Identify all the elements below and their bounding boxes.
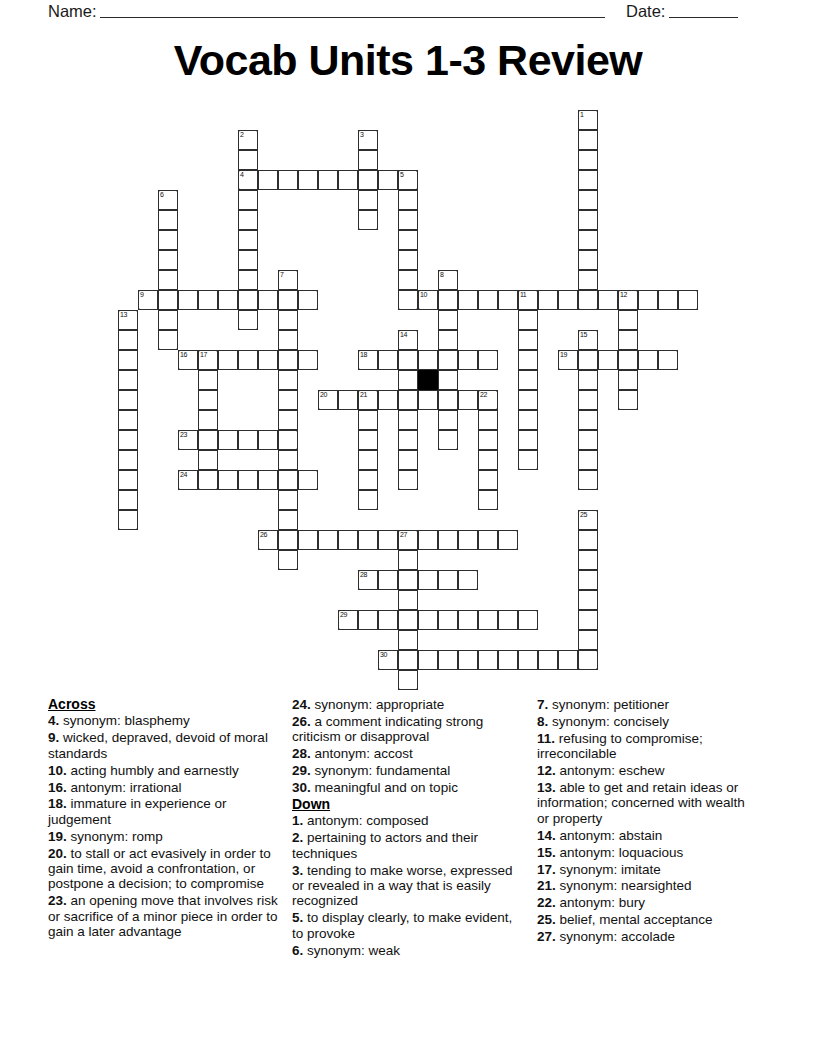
grid-cell[interactable]: 5 bbox=[398, 170, 418, 190]
grid-cell[interactable]: 23 bbox=[178, 430, 198, 450]
grid-cell[interactable] bbox=[198, 410, 218, 430]
clue-12-down: 12. antonym: eschew bbox=[537, 763, 755, 778]
grid-cell[interactable] bbox=[458, 390, 478, 410]
grid-cell[interactable] bbox=[518, 370, 538, 390]
grid-cell[interactable] bbox=[258, 430, 278, 450]
clue-5-down: 5. to display clearly, to make evident, … bbox=[292, 910, 525, 941]
cell-number: 1 bbox=[580, 111, 583, 119]
grid-cell[interactable] bbox=[238, 430, 258, 450]
grid-cell[interactable] bbox=[158, 250, 178, 270]
grid-cell[interactable] bbox=[578, 430, 598, 450]
grid-cell[interactable] bbox=[358, 530, 378, 550]
grid-cell[interactable] bbox=[358, 210, 378, 230]
grid-cell[interactable] bbox=[518, 330, 538, 350]
grid-cell[interactable] bbox=[578, 250, 598, 270]
grid-cell[interactable] bbox=[258, 470, 278, 490]
grid-cell[interactable] bbox=[438, 290, 458, 310]
grid-cell[interactable] bbox=[238, 150, 258, 170]
grid-cell[interactable] bbox=[358, 450, 378, 470]
grid-cell[interactable] bbox=[398, 190, 418, 210]
grid-cell[interactable]: 30 bbox=[378, 650, 398, 670]
clue-4-across: 4. synonym: blasphemy bbox=[48, 713, 283, 728]
grid-cell[interactable] bbox=[418, 530, 438, 550]
grid-cell[interactable] bbox=[278, 350, 298, 370]
grid-cell[interactable] bbox=[578, 470, 598, 490]
cell-number: 8 bbox=[440, 271, 443, 279]
clue-25-down: 25. belief, mental acceptance bbox=[537, 912, 755, 927]
grid-cell[interactable]: 19 bbox=[558, 350, 578, 370]
grid-cell[interactable] bbox=[618, 330, 638, 350]
grid-cell[interactable]: 28 bbox=[358, 570, 378, 590]
grid-cell[interactable] bbox=[118, 430, 138, 450]
grid-cell[interactable] bbox=[238, 470, 258, 490]
clue-22-down: 22. antonym: bury bbox=[537, 895, 755, 910]
clue-7-down: 7. synonym: petitioner bbox=[537, 697, 755, 712]
grid-cell[interactable] bbox=[318, 530, 338, 550]
grid-cell[interactable] bbox=[518, 450, 538, 470]
grid-cell[interactable]: 29 bbox=[338, 610, 358, 630]
grid-cell[interactable] bbox=[578, 350, 598, 370]
grid-cell[interactable] bbox=[458, 610, 478, 630]
grid-cell[interactable] bbox=[578, 370, 598, 390]
grid-cell[interactable] bbox=[518, 410, 538, 430]
cell-number: 28 bbox=[360, 571, 367, 579]
cell-number: 12 bbox=[620, 291, 627, 299]
clue-6-down: 6. synonym: weak bbox=[292, 943, 525, 958]
grid-cell[interactable] bbox=[538, 290, 558, 310]
grid-cell[interactable] bbox=[518, 430, 538, 450]
grid-cell[interactable] bbox=[578, 570, 598, 590]
grid-cell[interactable] bbox=[458, 350, 478, 370]
grid-cell[interactable] bbox=[158, 290, 178, 310]
clue-11-down: 11. refusing to compromise; irreconcilab… bbox=[537, 731, 755, 762]
cell-number: 27 bbox=[400, 531, 407, 539]
grid-cell[interactable] bbox=[238, 310, 258, 330]
grid-cell[interactable] bbox=[298, 350, 318, 370]
clue-16-across: 16. antonym: irrational bbox=[48, 780, 283, 795]
clue-21-down: 21. synonym: nearsighted bbox=[537, 878, 755, 893]
grid-cell[interactable] bbox=[558, 650, 578, 670]
grid-cell[interactable] bbox=[498, 290, 518, 310]
grid-cell[interactable] bbox=[118, 370, 138, 390]
grid-cell[interactable]: 21 bbox=[358, 390, 378, 410]
grid-cell[interactable] bbox=[438, 530, 458, 550]
grid-cell[interactable] bbox=[578, 190, 598, 210]
grid-cell[interactable] bbox=[398, 450, 418, 470]
grid-cell[interactable]: 26 bbox=[258, 530, 278, 550]
cell-number: 9 bbox=[140, 291, 143, 299]
grid-cell[interactable] bbox=[478, 530, 498, 550]
grid-cell[interactable]: 24 bbox=[178, 470, 198, 490]
grid-cell[interactable] bbox=[158, 210, 178, 230]
clue-19-across: 19. synonym: romp bbox=[48, 829, 283, 844]
puzzle-title: Vocab Units 1-3 Review bbox=[0, 36, 816, 85]
grid-cell[interactable] bbox=[278, 530, 298, 550]
grid-cell[interactable] bbox=[438, 350, 458, 370]
grid-cell[interactable] bbox=[238, 190, 258, 210]
clue-18-across: 18. immature in experience or judgement bbox=[48, 796, 283, 827]
grid-cell[interactable] bbox=[358, 410, 378, 430]
grid-cell[interactable] bbox=[398, 550, 418, 570]
grid-cell[interactable] bbox=[678, 290, 698, 310]
grid-cell[interactable] bbox=[278, 510, 298, 530]
clue-list-heading-down: Down bbox=[292, 797, 525, 812]
cell-number: 4 bbox=[240, 171, 243, 179]
grid-cell[interactable]: 13 bbox=[118, 310, 138, 330]
grid-cell[interactable] bbox=[278, 330, 298, 350]
grid-cell[interactable] bbox=[298, 290, 318, 310]
grid-cell[interactable] bbox=[278, 370, 298, 390]
cell-number: 17 bbox=[200, 351, 207, 359]
grid-cell[interactable] bbox=[418, 650, 438, 670]
grid-cell[interactable] bbox=[478, 290, 498, 310]
grid-cell[interactable] bbox=[578, 150, 598, 170]
clue-28-across: 28. antonym: accost bbox=[292, 746, 525, 761]
grid-cell[interactable] bbox=[438, 610, 458, 630]
clue-24-across: 24. synonym: appropriate bbox=[292, 697, 525, 712]
grid-cell[interactable] bbox=[578, 630, 598, 650]
grid-cell[interactable] bbox=[118, 470, 138, 490]
grid-cell[interactable] bbox=[618, 310, 638, 330]
grid-cell[interactable] bbox=[398, 570, 418, 590]
cell-number: 11 bbox=[520, 291, 526, 299]
grid-cell[interactable] bbox=[498, 650, 518, 670]
grid-cell[interactable]: 12 bbox=[618, 290, 638, 310]
grid-cell[interactable] bbox=[418, 610, 438, 630]
grid-cell[interactable] bbox=[298, 530, 318, 550]
cell-number: 30 bbox=[380, 651, 387, 659]
grid-cell[interactable] bbox=[198, 390, 218, 410]
grid-cell[interactable]: 20 bbox=[318, 390, 338, 410]
grid-cell[interactable] bbox=[458, 530, 478, 550]
grid-cell[interactable] bbox=[278, 170, 298, 190]
grid-cell[interactable] bbox=[398, 650, 418, 670]
grid-cell[interactable]: 9 bbox=[138, 290, 158, 310]
grid-cell[interactable] bbox=[278, 310, 298, 330]
grid-cell[interactable] bbox=[478, 610, 498, 630]
grid-cell[interactable]: 4 bbox=[238, 170, 258, 190]
grid-cell[interactable]: 14 bbox=[398, 330, 418, 350]
grid-cell[interactable] bbox=[278, 550, 298, 570]
grid-cell[interactable] bbox=[198, 470, 218, 490]
grid-cell[interactable] bbox=[578, 230, 598, 250]
grid-cell[interactable] bbox=[218, 430, 238, 450]
grid-cell[interactable] bbox=[518, 350, 538, 370]
grid-cell[interactable] bbox=[578, 410, 598, 430]
cell-number: 16 bbox=[180, 351, 187, 359]
grid-cell[interactable] bbox=[398, 610, 418, 630]
cell-number: 6 bbox=[160, 191, 163, 199]
grid-cell[interactable] bbox=[278, 430, 298, 450]
clue-20-across: 20. to stall or act evasively in order t… bbox=[48, 846, 283, 892]
grid-cell[interactable] bbox=[238, 250, 258, 270]
grid-cell[interactable] bbox=[418, 350, 438, 370]
grid-cell[interactable] bbox=[578, 130, 598, 150]
clue-13-down: 13. able to get and retain ideas or info… bbox=[537, 780, 755, 826]
grid-cell[interactable] bbox=[398, 590, 418, 610]
grid-cell[interactable] bbox=[118, 490, 138, 510]
grid-cell[interactable] bbox=[338, 390, 358, 410]
clue-1-down: 1. antonym: composed bbox=[292, 813, 525, 828]
grid-cell[interactable] bbox=[438, 330, 458, 350]
grid-cell[interactable] bbox=[118, 450, 138, 470]
grid-cell[interactable] bbox=[498, 610, 518, 630]
grid-cell[interactable] bbox=[218, 290, 238, 310]
grid-cell[interactable] bbox=[278, 290, 298, 310]
cell-number: 15 bbox=[580, 331, 587, 339]
grid-cell[interactable] bbox=[298, 470, 318, 490]
cell-number: 22 bbox=[480, 391, 487, 399]
date-fill-line[interactable] bbox=[669, 0, 738, 18]
name-label: Name: bbox=[48, 2, 97, 21]
grid-cell[interactable]: 18 bbox=[358, 350, 378, 370]
grid-cell[interactable] bbox=[398, 210, 418, 230]
cell-number: 3 bbox=[360, 131, 363, 139]
grid-cell[interactable] bbox=[458, 650, 478, 670]
grid-cell[interactable]: 16 bbox=[178, 350, 198, 370]
grid-cell[interactable] bbox=[278, 490, 298, 510]
grid-cell[interactable] bbox=[578, 450, 598, 470]
grid-cell[interactable] bbox=[618, 390, 638, 410]
grid-cell[interactable] bbox=[478, 650, 498, 670]
grid-cell[interactable] bbox=[478, 410, 498, 430]
name-fill-line[interactable] bbox=[100, 0, 605, 18]
clue-14-down: 14. antonym: abstain bbox=[537, 828, 755, 843]
grid-cell[interactable] bbox=[438, 390, 458, 410]
grid-cell[interactable] bbox=[318, 170, 338, 190]
grid-cell[interactable] bbox=[538, 650, 558, 670]
grid-cell[interactable] bbox=[458, 290, 478, 310]
grid-cell[interactable] bbox=[278, 410, 298, 430]
grid-cell[interactable] bbox=[158, 330, 178, 350]
grid-cell[interactable] bbox=[398, 350, 418, 370]
grid-cell[interactable] bbox=[438, 650, 458, 670]
cell-number: 24 bbox=[180, 471, 187, 479]
grid-cell[interactable] bbox=[378, 570, 398, 590]
grid-cell[interactable] bbox=[658, 350, 678, 370]
grid-cell[interactable] bbox=[398, 670, 418, 690]
grid-cell[interactable] bbox=[558, 290, 578, 310]
grid-cell[interactable] bbox=[118, 410, 138, 430]
grid-cell[interactable] bbox=[358, 170, 378, 190]
grid-cell[interactable] bbox=[118, 350, 138, 370]
grid-cell[interactable] bbox=[358, 610, 378, 630]
grid-cell[interactable] bbox=[418, 390, 438, 410]
grid-cell[interactable]: 10 bbox=[418, 290, 438, 310]
grid-cell[interactable] bbox=[378, 530, 398, 550]
clue-8-down: 8. synonym: concisely bbox=[537, 714, 755, 729]
clue-26-across: 26. a comment indicating strong criticis… bbox=[292, 714, 525, 745]
grid-cell[interactable] bbox=[258, 290, 278, 310]
grid-cell[interactable]: 2 bbox=[238, 130, 258, 150]
grid-cell[interactable] bbox=[438, 310, 458, 330]
cell-number: 29 bbox=[340, 611, 347, 619]
grid-cell[interactable] bbox=[358, 430, 378, 450]
grid-cell[interactable] bbox=[158, 310, 178, 330]
grid-cell[interactable] bbox=[438, 370, 458, 390]
grid-cell[interactable] bbox=[198, 430, 218, 450]
grid-cell[interactable]: 8 bbox=[438, 270, 458, 290]
crossword-board: 1234567891011121314151617181920212223242… bbox=[118, 110, 698, 690]
grid-cell[interactable] bbox=[578, 530, 598, 550]
grid-cell[interactable] bbox=[378, 610, 398, 630]
grid-cell[interactable] bbox=[518, 610, 538, 630]
grid-cell[interactable] bbox=[398, 430, 418, 450]
grid-cell[interactable] bbox=[398, 250, 418, 270]
grid-cell[interactable] bbox=[158, 270, 178, 290]
cell-number: 13 bbox=[120, 311, 127, 319]
grid-cell[interactable] bbox=[638, 350, 658, 370]
grid-cell[interactable] bbox=[518, 650, 538, 670]
grid-cell[interactable] bbox=[398, 470, 418, 490]
grid-cell[interactable] bbox=[278, 390, 298, 410]
cell-number: 25 bbox=[580, 511, 587, 519]
grid-cell[interactable]: 17 bbox=[198, 350, 218, 370]
cell-number: 19 bbox=[560, 351, 567, 359]
grid-cell[interactable] bbox=[238, 270, 258, 290]
clue-17-down: 17. synonym: imitate bbox=[537, 862, 755, 877]
grid-cell[interactable] bbox=[218, 350, 238, 370]
clue-9-across: 9. wicked, depraved, devoid of moral sta… bbox=[48, 730, 283, 761]
clue-column-left: Across4. synonym: blasphemy9. wicked, de… bbox=[48, 697, 283, 941]
grid-cell[interactable]: 6 bbox=[158, 190, 178, 210]
cell-number: 2 bbox=[240, 131, 243, 139]
grid-cell[interactable] bbox=[358, 150, 378, 170]
grid-cell[interactable] bbox=[338, 170, 358, 190]
grid-cell[interactable] bbox=[578, 650, 598, 670]
grid-cell[interactable] bbox=[638, 290, 658, 310]
grid-cell[interactable] bbox=[478, 490, 498, 510]
grid-cell[interactable] bbox=[398, 270, 418, 290]
grid-cell[interactable] bbox=[578, 390, 598, 410]
grid-cell[interactable] bbox=[598, 290, 618, 310]
grid-cell[interactable] bbox=[578, 170, 598, 190]
grid-cell[interactable] bbox=[398, 410, 418, 430]
grid-cell[interactable] bbox=[398, 630, 418, 650]
grid-cell[interactable] bbox=[278, 450, 298, 470]
cell-number: 7 bbox=[280, 271, 283, 279]
grid-cell[interactable]: 27 bbox=[398, 530, 418, 550]
clue-15-down: 15. antonym: loquacious bbox=[537, 845, 755, 860]
grid-cell[interactable]: 22 bbox=[478, 390, 498, 410]
grid-cell[interactable] bbox=[378, 170, 398, 190]
grid-cell[interactable] bbox=[258, 170, 278, 190]
grid-cell[interactable] bbox=[478, 450, 498, 470]
clue-2-down: 2. pertaining to actors and their techni… bbox=[292, 830, 525, 861]
cell-number: 5 bbox=[400, 171, 403, 179]
grid-cell[interactable] bbox=[478, 350, 498, 370]
grid-cell[interactable] bbox=[478, 470, 498, 490]
grid-cell[interactable] bbox=[578, 270, 598, 290]
grid-cell[interactable]: 25 bbox=[578, 510, 598, 530]
grid-cell[interactable] bbox=[178, 290, 198, 310]
grid-cell[interactable] bbox=[278, 470, 298, 490]
clue-27-down: 27. synonym: accolade bbox=[537, 929, 755, 944]
grid-cell[interactable] bbox=[238, 350, 258, 370]
grid-cell[interactable]: 11 bbox=[518, 290, 538, 310]
grid-cell[interactable] bbox=[398, 370, 418, 390]
cell-number: 26 bbox=[260, 531, 267, 539]
grid-cell[interactable] bbox=[338, 530, 358, 550]
grid-cell[interactable] bbox=[118, 510, 138, 530]
grid-cell[interactable] bbox=[598, 350, 618, 370]
grid-cell[interactable] bbox=[518, 310, 538, 330]
clue-10-across: 10. acting humbly and earnestly bbox=[48, 763, 283, 778]
grid-cell[interactable] bbox=[238, 230, 258, 250]
grid-cell[interactable] bbox=[398, 390, 418, 410]
grid-cell[interactable] bbox=[358, 490, 378, 510]
grid-cell[interactable] bbox=[498, 530, 518, 550]
grid-cell[interactable]: 3 bbox=[358, 130, 378, 150]
grid-cell[interactable] bbox=[438, 430, 458, 450]
grid-cell[interactable] bbox=[658, 290, 678, 310]
grid-cell[interactable] bbox=[378, 350, 398, 370]
grid-cell[interactable] bbox=[358, 470, 378, 490]
grid-cell[interactable] bbox=[578, 590, 598, 610]
grid-cell[interactable] bbox=[298, 170, 318, 190]
grid-cell[interactable] bbox=[578, 610, 598, 630]
grid-cell[interactable] bbox=[198, 290, 218, 310]
grid-cell[interactable]: 15 bbox=[578, 330, 598, 350]
cell-number: 20 bbox=[320, 391, 327, 399]
grid-cell[interactable]: 1 bbox=[578, 110, 598, 130]
grid-cell[interactable] bbox=[118, 390, 138, 410]
grid-cell[interactable] bbox=[578, 290, 598, 310]
cell-number: 23 bbox=[180, 431, 187, 439]
clue-list-heading-across: Across bbox=[48, 697, 283, 712]
grid-cell[interactable] bbox=[438, 410, 458, 430]
grid-cell[interactable] bbox=[118, 330, 138, 350]
grid-cell[interactable] bbox=[198, 370, 218, 390]
grid-cell[interactable] bbox=[358, 190, 378, 210]
grid-cell[interactable] bbox=[258, 350, 278, 370]
cell-number: 21 bbox=[360, 391, 367, 399]
grid-cell[interactable] bbox=[378, 390, 398, 410]
cell-number: 14 bbox=[400, 331, 407, 339]
grid-cell[interactable] bbox=[478, 430, 498, 450]
grid-cell[interactable] bbox=[238, 290, 258, 310]
grid-cell[interactable] bbox=[438, 570, 458, 590]
grid-cell[interactable] bbox=[238, 210, 258, 230]
grid-cell[interactable] bbox=[398, 230, 418, 250]
grid-cell[interactable] bbox=[218, 470, 238, 490]
grid-cell[interactable] bbox=[518, 390, 538, 410]
clue-column-middle: 24. synonym: appropriate26. a comment in… bbox=[292, 697, 525, 960]
grid-cell[interactable] bbox=[578, 210, 598, 230]
clue-column-right: 7. synonym: petitioner8. synonym: concis… bbox=[537, 697, 755, 946]
clue-23-across: 23. an opening move that involves risk o… bbox=[48, 893, 283, 939]
grid-cell[interactable] bbox=[578, 550, 598, 570]
clue-29-across: 29. synonym: fundamental bbox=[292, 763, 525, 778]
date-label: Date: bbox=[626, 2, 665, 21]
cell-number: 18 bbox=[360, 351, 367, 359]
grid-cell[interactable] bbox=[418, 570, 438, 590]
grid-cell[interactable] bbox=[158, 230, 178, 250]
clue-30-across: 30. meaningful and on topic bbox=[292, 780, 525, 795]
grid-cell[interactable] bbox=[618, 370, 638, 390]
cell-number: 10 bbox=[420, 291, 427, 299]
grid-cell[interactable] bbox=[398, 290, 418, 310]
grid-cell[interactable]: 7 bbox=[278, 270, 298, 290]
grid-cell[interactable] bbox=[618, 350, 638, 370]
clue-3-down: 3. tending to make worse, expressed or r… bbox=[292, 863, 525, 909]
blocked-cell bbox=[418, 370, 438, 390]
grid-cell[interactable] bbox=[198, 450, 218, 470]
grid-cell[interactable] bbox=[458, 570, 478, 590]
